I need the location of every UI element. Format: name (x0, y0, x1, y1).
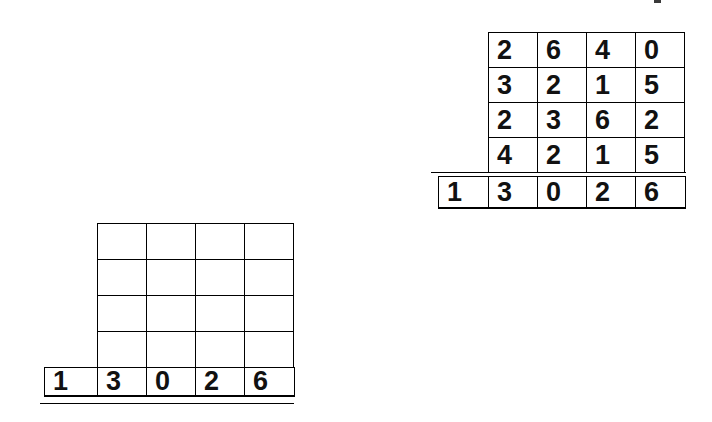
source-grid-cell: 4 (587, 33, 636, 68)
source-grid-cell: 6 (538, 33, 587, 68)
target-grid-cell[interactable] (98, 260, 147, 296)
target-grid (97, 223, 294, 368)
target-footer-cell: 1 (45, 368, 98, 395)
target-grid-cell[interactable] (245, 332, 294, 368)
source-grid-cell: 2 (538, 68, 587, 103)
target-grid-cell[interactable] (196, 296, 245, 332)
target-footer-cell: 2 (196, 368, 245, 395)
target-grid-cell[interactable] (147, 260, 196, 296)
target-footer-cell: 6 (245, 368, 294, 395)
source-footer-cell: 6 (636, 177, 685, 207)
source-grid-cell: 5 (636, 68, 685, 103)
source-grid-cell: 1 (587, 68, 636, 103)
source-grid-cell: 2 (489, 33, 538, 68)
target-grid-cell[interactable] (245, 224, 294, 260)
source-grid-cell: 5 (636, 138, 685, 173)
source-footer-cell: 2 (587, 177, 636, 207)
source-grid-cell: 3 (538, 103, 587, 138)
source-grid-cell: 2 (636, 103, 685, 138)
source-footer-row: 13026 (438, 176, 686, 209)
target-footer-cell: 3 (98, 368, 147, 395)
target-footer-cell: 0 (147, 368, 196, 395)
target-footer-row: 13026 (44, 367, 295, 397)
target-grid-cell[interactable] (196, 224, 245, 260)
target-grid-cell[interactable] (147, 332, 196, 368)
source-grid-cell: 4 (489, 138, 538, 173)
source-grid-cell: 6 (587, 103, 636, 138)
target-grid-cell[interactable] (98, 296, 147, 332)
source-footer-cell: 1 (439, 177, 489, 207)
source-grid-cell: 1 (587, 138, 636, 173)
source-footer-cell: 0 (538, 177, 587, 207)
target-grid-cell[interactable] (196, 332, 245, 368)
source-grid-cell: 2 (489, 103, 538, 138)
source-grid-cell: 2 (538, 138, 587, 173)
target-grid-cell[interactable] (196, 260, 245, 296)
source-grid-cell: 0 (636, 33, 685, 68)
target-grid-cell[interactable] (98, 224, 147, 260)
target-footer-underline (40, 403, 294, 404)
target-grid-cell[interactable] (98, 332, 147, 368)
target-grid-cell[interactable] (147, 224, 196, 260)
source-separator-line (431, 172, 686, 173)
cropped-text-fragment (654, 0, 661, 3)
target-grid-cell[interactable] (245, 296, 294, 332)
source-grid: 2640321523624215 (488, 32, 685, 173)
target-grid-cell[interactable] (147, 296, 196, 332)
source-footer-cell: 3 (489, 177, 538, 207)
worksheet-canvas: 2640321523624215 13026 13026 (0, 0, 712, 422)
source-grid-cell: 3 (489, 68, 538, 103)
target-grid-cell[interactable] (245, 260, 294, 296)
